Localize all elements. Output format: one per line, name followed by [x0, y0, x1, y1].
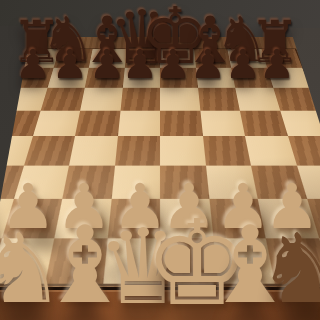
square-b2: [2, 199, 63, 238]
square-d8: [124, 49, 160, 67]
square-a8: [18, 49, 59, 67]
square-b8: [53, 49, 92, 67]
square-c3: [62, 165, 114, 199]
chess-photo-scene: ♜♞♝♛♚♝♞♜♟♟♟♟♟♟♟♟♟♟♟♟♟♟♟♟♜♞♝♛♚♝♞♜: [0, 0, 320, 320]
board-front-edge: [0, 287, 320, 320]
square-e2: [160, 199, 213, 238]
square-b6: [40, 88, 84, 111]
square-b7: [47, 67, 89, 87]
square-c1: [45, 238, 107, 284]
board-squares: [0, 48, 320, 286]
square-f2: [209, 199, 266, 238]
square-c5: [75, 110, 120, 136]
square-d1: [103, 238, 160, 284]
square-e4: [160, 136, 205, 165]
square-d6: [120, 88, 160, 111]
square-f3: [205, 165, 257, 199]
square-c8: [89, 49, 126, 67]
square-d7: [122, 67, 160, 87]
square-c7: [85, 67, 125, 87]
square-g1: [266, 238, 320, 284]
square-b5: [33, 110, 81, 136]
square-d3: [111, 165, 160, 199]
square-b3: [13, 165, 69, 199]
square-e7: [160, 67, 198, 87]
square-d5: [118, 110, 161, 136]
square-f8: [194, 49, 231, 67]
square-h5: [280, 110, 320, 136]
square-c6: [80, 88, 122, 111]
square-h6: [273, 88, 320, 111]
square-h8: [261, 49, 302, 67]
square-f7: [196, 67, 236, 87]
square-b4: [24, 136, 75, 165]
square-h7: [267, 67, 311, 87]
square-e5: [160, 110, 203, 136]
square-d2: [107, 199, 160, 238]
square-c4: [69, 136, 117, 165]
chess-board: [0, 37, 320, 320]
square-f1: [213, 238, 275, 284]
square-c2: [54, 199, 111, 238]
square-f5: [200, 110, 245, 136]
square-f6: [198, 88, 240, 111]
square-e3: [160, 165, 209, 199]
square-a7: [10, 67, 54, 87]
square-g8: [227, 49, 266, 67]
square-g7: [231, 67, 273, 87]
square-e6: [160, 88, 200, 111]
square-d4: [115, 136, 160, 165]
square-e8: [160, 49, 196, 67]
square-e1: [160, 238, 217, 284]
square-f4: [203, 136, 251, 165]
